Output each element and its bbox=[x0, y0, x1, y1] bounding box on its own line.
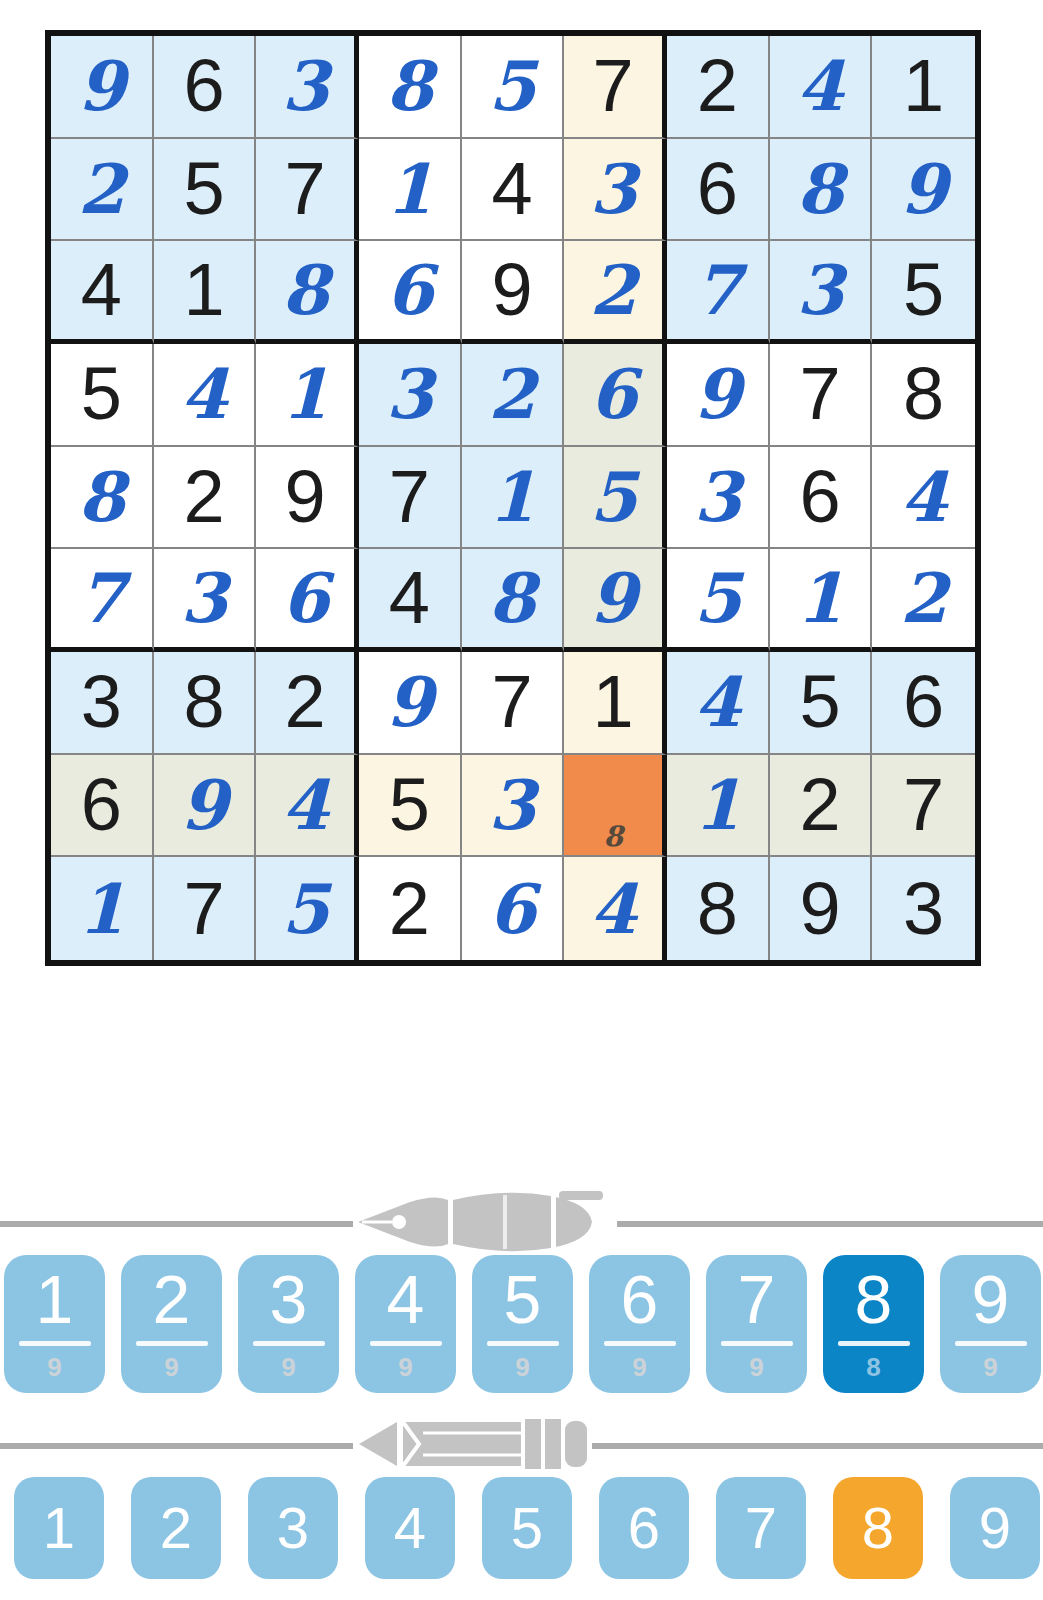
pencil-pad-button-2[interactable]: 2 bbox=[131, 1477, 221, 1579]
pencil-pad-digit: 3 bbox=[277, 1499, 309, 1557]
user-digit: 2 bbox=[78, 155, 125, 223]
user-digit: 6 bbox=[589, 360, 636, 428]
given-digit: 7 bbox=[799, 357, 840, 431]
user-digit: 6 bbox=[488, 875, 535, 943]
cell-r4c7[interactable]: 9 bbox=[667, 344, 770, 447]
cell-r4c2[interactable]: 4 bbox=[154, 344, 257, 447]
pencil-number-pad: 123456789 bbox=[14, 1477, 1040, 1579]
pen-pad-remaining-count: 8 bbox=[866, 1352, 880, 1383]
user-digit: 5 bbox=[589, 463, 636, 531]
pen-pad-divider-line bbox=[955, 1341, 1027, 1346]
user-digit: 8 bbox=[281, 256, 328, 324]
pencil-icon bbox=[355, 1417, 590, 1475]
given-digit: 9 bbox=[491, 253, 532, 327]
pen-pad-digit: 5 bbox=[504, 1265, 542, 1333]
cell-r3c4[interactable]: 6 bbox=[359, 241, 462, 344]
cell-r3c8[interactable]: 3 bbox=[770, 241, 873, 344]
given-digit: 2 bbox=[183, 460, 224, 534]
given-digit: 6 bbox=[183, 49, 224, 123]
pen-pad-digit: 9 bbox=[972, 1265, 1010, 1333]
cell-r1c5[interactable]: 5 bbox=[462, 36, 565, 139]
cell-r1c6[interactable]: 7 bbox=[564, 36, 667, 139]
pen-pad-divider-line bbox=[604, 1341, 676, 1346]
given-digit: 2 bbox=[285, 665, 326, 739]
pen-pad-remaining-count: 9 bbox=[398, 1352, 412, 1383]
cell-r8c3[interactable]: 4 bbox=[256, 755, 359, 858]
pencil-pad-digit: 9 bbox=[979, 1499, 1011, 1557]
user-digit: 3 bbox=[180, 564, 227, 632]
pen-pad-remaining-count: 9 bbox=[515, 1352, 529, 1383]
cell-r7c8[interactable]: 5 bbox=[770, 652, 873, 755]
user-digit: 9 bbox=[589, 564, 636, 632]
divider-line bbox=[0, 1443, 353, 1449]
given-digit: 8 bbox=[183, 665, 224, 739]
pen-pad-digit: 2 bbox=[153, 1265, 191, 1333]
cell-r2c6[interactable]: 3 bbox=[564, 139, 667, 242]
user-digit: 4 bbox=[900, 463, 947, 531]
pencil-pad-digit: 6 bbox=[628, 1499, 660, 1557]
cell-r8c5[interactable]: 3 bbox=[462, 755, 565, 858]
pen-pad-remaining-count: 9 bbox=[281, 1352, 295, 1383]
cell-r6c3[interactable]: 6 bbox=[256, 549, 359, 652]
user-digit: 7 bbox=[78, 564, 125, 632]
user-digit: 9 bbox=[900, 155, 947, 223]
pen-pad-button-5[interactable]: 59 bbox=[472, 1255, 573, 1393]
pencil-pad-digit: 1 bbox=[43, 1499, 75, 1557]
pencil-pad-digit: 8 bbox=[862, 1499, 894, 1557]
given-digit: 4 bbox=[389, 561, 430, 635]
user-digit: 5 bbox=[488, 52, 535, 120]
given-digit: 5 bbox=[81, 357, 122, 431]
pen-pad-digit: 4 bbox=[387, 1265, 425, 1333]
cell-r2c2[interactable]: 5 bbox=[154, 139, 257, 242]
cell-r9c6[interactable]: 4 bbox=[564, 857, 667, 960]
cell-r9c7[interactable]: 8 bbox=[667, 857, 770, 960]
given-digit: 9 bbox=[285, 460, 326, 534]
pencil-pad-button-6[interactable]: 6 bbox=[599, 1477, 689, 1579]
user-digit: 8 bbox=[488, 564, 535, 632]
given-digit: 6 bbox=[81, 768, 122, 842]
given-digit: 8 bbox=[903, 357, 944, 431]
user-digit: 6 bbox=[281, 564, 328, 632]
cell-r5c5[interactable]: 1 bbox=[462, 447, 565, 550]
cell-r7c4[interactable]: 9 bbox=[359, 652, 462, 755]
pencil-pad-button-3[interactable]: 3 bbox=[248, 1477, 338, 1579]
cell-r3c3[interactable]: 8 bbox=[256, 241, 359, 344]
cell-r5c3[interactable]: 9 bbox=[256, 447, 359, 550]
pen-pad-remaining-count: 9 bbox=[983, 1352, 997, 1383]
cell-r2c3[interactable]: 7 bbox=[256, 139, 359, 242]
user-digit: 2 bbox=[488, 360, 535, 428]
cell-r9c4[interactable]: 2 bbox=[359, 857, 462, 960]
pen-pad-digit: 7 bbox=[738, 1265, 776, 1333]
cell-r1c9[interactable]: 1 bbox=[872, 36, 975, 139]
sudoku-board: 9638572412571436894186927355413269788297… bbox=[45, 30, 981, 966]
cell-r3c1[interactable]: 4 bbox=[51, 241, 154, 344]
pen-pad-divider-line bbox=[838, 1341, 910, 1346]
cell-r2c9[interactable]: 9 bbox=[872, 139, 975, 242]
pen-pad-remaining-count: 9 bbox=[164, 1352, 178, 1383]
cell-r1c2[interactable]: 6 bbox=[154, 36, 257, 139]
pen-pad-remaining-count: 9 bbox=[47, 1352, 61, 1383]
pen-pad-digit: 3 bbox=[270, 1265, 308, 1333]
user-digit: 2 bbox=[900, 564, 947, 632]
cell-r6c1[interactable]: 7 bbox=[51, 549, 154, 652]
cell-r9c8[interactable]: 9 bbox=[770, 857, 873, 960]
user-digit: 1 bbox=[488, 463, 535, 531]
pen-pad-button-8[interactable]: 88 bbox=[823, 1255, 924, 1393]
pen-number-pad: 192939495969798899 bbox=[4, 1255, 1041, 1393]
user-digit: 7 bbox=[694, 256, 741, 324]
pencil-pad-button-7[interactable]: 7 bbox=[716, 1477, 806, 1579]
user-digit: 4 bbox=[180, 360, 227, 428]
cell-r1c8[interactable]: 4 bbox=[770, 36, 873, 139]
cell-r9c3[interactable]: 5 bbox=[256, 857, 359, 960]
given-digit: 9 bbox=[799, 872, 840, 946]
given-digit: 5 bbox=[903, 253, 944, 327]
cell-r8c6[interactable]: 8 bbox=[564, 755, 667, 858]
given-digit: 4 bbox=[491, 152, 532, 226]
pen-pad-button-9[interactable]: 99 bbox=[940, 1255, 1041, 1393]
user-digit: 9 bbox=[180, 771, 227, 839]
user-digit: 1 bbox=[78, 875, 125, 943]
user-digit: 8 bbox=[796, 155, 843, 223]
cell-r5c7[interactable]: 3 bbox=[667, 447, 770, 550]
cell-r5c6[interactable]: 5 bbox=[564, 447, 667, 550]
cell-r3c6[interactable]: 2 bbox=[564, 241, 667, 344]
cell-r8c1[interactable]: 6 bbox=[51, 755, 154, 858]
user-digit: 8 bbox=[386, 52, 433, 120]
cell-r2c7[interactable]: 6 bbox=[667, 139, 770, 242]
pencil-pad-button-9[interactable]: 9 bbox=[950, 1477, 1040, 1579]
divider-line bbox=[0, 1221, 353, 1227]
given-digit: 7 bbox=[593, 49, 634, 123]
cell-r2c1[interactable]: 2 bbox=[51, 139, 154, 242]
cell-r8c4[interactable]: 5 bbox=[359, 755, 462, 858]
given-digit: 6 bbox=[799, 460, 840, 534]
pen-pad-divider-line bbox=[136, 1341, 208, 1346]
cell-r7c1[interactable]: 3 bbox=[51, 652, 154, 755]
given-digit: 7 bbox=[389, 460, 430, 534]
fountain-pen-icon bbox=[355, 1191, 615, 1257]
pen-pad-button-3[interactable]: 39 bbox=[238, 1255, 339, 1393]
pen-pad-button-1[interactable]: 19 bbox=[4, 1255, 105, 1393]
pencil-mark-digit: 8 bbox=[564, 823, 662, 851]
pencil-pad-button-1[interactable]: 1 bbox=[14, 1477, 104, 1579]
given-digit: 1 bbox=[183, 253, 224, 327]
given-digit: 7 bbox=[285, 152, 326, 226]
cell-r1c4[interactable]: 8 bbox=[359, 36, 462, 139]
pen-pad-button-7[interactable]: 79 bbox=[706, 1255, 807, 1393]
cell-r4c6[interactable]: 6 bbox=[564, 344, 667, 447]
cell-r1c1[interactable]: 9 bbox=[51, 36, 154, 139]
pen-pad-divider-line bbox=[19, 1341, 91, 1346]
cell-r8c8[interactable]: 2 bbox=[770, 755, 873, 858]
user-digit: 3 bbox=[281, 52, 328, 120]
cell-r9c1[interactable]: 1 bbox=[51, 857, 154, 960]
given-digit: 6 bbox=[903, 665, 944, 739]
pencil-pad-button-5[interactable]: 5 bbox=[482, 1477, 572, 1579]
cell-r9c2[interactable]: 7 bbox=[154, 857, 257, 960]
pen-pad-button-2[interactable]: 29 bbox=[121, 1255, 222, 1393]
user-digit: 4 bbox=[281, 771, 328, 839]
given-digit: 5 bbox=[183, 152, 224, 226]
cell-r6c8[interactable]: 1 bbox=[770, 549, 873, 652]
cell-r7c7[interactable]: 4 bbox=[667, 652, 770, 755]
cell-r5c2[interactable]: 2 bbox=[154, 447, 257, 550]
user-digit: 4 bbox=[694, 668, 741, 736]
user-digit: 1 bbox=[796, 564, 843, 632]
given-digit: 2 bbox=[697, 49, 738, 123]
pen-pad-divider-line bbox=[253, 1341, 325, 1346]
pen-pad-remaining-count: 9 bbox=[749, 1352, 763, 1383]
divider-line bbox=[617, 1221, 1043, 1227]
pencil-pad-button-8[interactable]: 8 bbox=[833, 1477, 923, 1579]
user-digit: 8 bbox=[78, 463, 125, 531]
given-digit: 5 bbox=[389, 768, 430, 842]
user-digit: 9 bbox=[386, 668, 433, 736]
pen-pad-divider-line bbox=[721, 1341, 793, 1346]
cell-r1c3[interactable]: 3 bbox=[256, 36, 359, 139]
cell-r6c4[interactable]: 4 bbox=[359, 549, 462, 652]
cell-r7c6[interactable]: 1 bbox=[564, 652, 667, 755]
cell-r6c2[interactable]: 3 bbox=[154, 549, 257, 652]
cell-r5c1[interactable]: 8 bbox=[51, 447, 154, 550]
pen-pad-button-6[interactable]: 69 bbox=[589, 1255, 690, 1393]
cell-r4c8[interactable]: 7 bbox=[770, 344, 873, 447]
cell-r7c5[interactable]: 7 bbox=[462, 652, 565, 755]
given-digit: 1 bbox=[903, 49, 944, 123]
user-digit: 5 bbox=[694, 564, 741, 632]
pencil-pad-digit: 7 bbox=[745, 1499, 777, 1557]
cell-r8c9[interactable]: 7 bbox=[872, 755, 975, 858]
pencil-pad-digit: 5 bbox=[511, 1499, 543, 1557]
cell-r8c7[interactable]: 1 bbox=[667, 755, 770, 858]
cell-r5c9[interactable]: 4 bbox=[872, 447, 975, 550]
cell-r6c7[interactable]: 5 bbox=[667, 549, 770, 652]
cell-r4c5[interactable]: 2 bbox=[462, 344, 565, 447]
cell-r5c8[interactable]: 6 bbox=[770, 447, 873, 550]
given-digit: 7 bbox=[491, 665, 532, 739]
cell-r6c6[interactable]: 9 bbox=[564, 549, 667, 652]
pen-mode-divider bbox=[0, 1190, 1043, 1258]
cell-r9c5[interactable]: 6 bbox=[462, 857, 565, 960]
pen-pad-button-4[interactable]: 49 bbox=[355, 1255, 456, 1393]
cell-r3c2[interactable]: 1 bbox=[154, 241, 257, 344]
user-digit: 2 bbox=[589, 256, 636, 324]
cell-r8c2[interactable]: 9 bbox=[154, 755, 257, 858]
pen-pad-remaining-count: 9 bbox=[632, 1352, 646, 1383]
pencil-pad-button-4[interactable]: 4 bbox=[365, 1477, 455, 1579]
cell-r2c8[interactable]: 8 bbox=[770, 139, 873, 242]
cell-r9c9[interactable]: 3 bbox=[872, 857, 975, 960]
cell-r6c5[interactable]: 8 bbox=[462, 549, 565, 652]
cell-r4c9[interactable]: 8 bbox=[872, 344, 975, 447]
user-digit: 5 bbox=[281, 875, 328, 943]
cell-r4c3[interactable]: 1 bbox=[256, 344, 359, 447]
cell-r7c2[interactable]: 8 bbox=[154, 652, 257, 755]
user-digit: 3 bbox=[488, 771, 535, 839]
user-digit: 3 bbox=[694, 463, 741, 531]
pencil-mode-divider bbox=[0, 1418, 1043, 1474]
cell-r3c7[interactable]: 7 bbox=[667, 241, 770, 344]
user-digit: 9 bbox=[694, 360, 741, 428]
user-digit: 1 bbox=[281, 360, 328, 428]
cell-r2c5[interactable]: 4 bbox=[462, 139, 565, 242]
given-digit: 3 bbox=[81, 665, 122, 739]
user-digit: 1 bbox=[386, 155, 433, 223]
user-digit: 3 bbox=[589, 155, 636, 223]
given-digit: 5 bbox=[799, 665, 840, 739]
cell-r2c4[interactable]: 1 bbox=[359, 139, 462, 242]
given-digit: 7 bbox=[183, 872, 224, 946]
pen-pad-digit: 8 bbox=[855, 1265, 893, 1333]
given-digit: 6 bbox=[697, 152, 738, 226]
given-digit: 4 bbox=[81, 253, 122, 327]
given-digit: 1 bbox=[593, 665, 634, 739]
pencil-pad-digit: 4 bbox=[394, 1499, 426, 1557]
given-digit: 7 bbox=[903, 768, 944, 842]
given-digit: 3 bbox=[903, 872, 944, 946]
cell-r6c9[interactable]: 2 bbox=[872, 549, 975, 652]
cell-r1c7[interactable]: 2 bbox=[667, 36, 770, 139]
pen-pad-divider-line bbox=[487, 1341, 559, 1346]
pen-pad-digit: 1 bbox=[36, 1265, 74, 1333]
cell-r4c4[interactable]: 3 bbox=[359, 344, 462, 447]
divider-line bbox=[592, 1443, 1043, 1449]
user-digit: 3 bbox=[796, 256, 843, 324]
given-digit: 2 bbox=[389, 872, 430, 946]
user-digit: 9 bbox=[78, 52, 125, 120]
pencil-pad-digit: 2 bbox=[160, 1499, 192, 1557]
user-digit: 3 bbox=[386, 360, 433, 428]
cell-r4c1[interactable]: 5 bbox=[51, 344, 154, 447]
cell-r7c3[interactable]: 2 bbox=[256, 652, 359, 755]
given-digit: 2 bbox=[799, 768, 840, 842]
user-digit: 4 bbox=[589, 875, 636, 943]
user-digit: 1 bbox=[694, 771, 741, 839]
user-digit: 4 bbox=[796, 52, 843, 120]
cell-r7c9[interactable]: 6 bbox=[872, 652, 975, 755]
cell-r3c9[interactable]: 5 bbox=[872, 241, 975, 344]
cell-r3c5[interactable]: 9 bbox=[462, 241, 565, 344]
pen-pad-digit: 6 bbox=[621, 1265, 659, 1333]
pen-pad-divider-line bbox=[370, 1341, 442, 1346]
user-digit: 6 bbox=[386, 256, 433, 324]
given-digit: 8 bbox=[697, 872, 738, 946]
cell-r5c4[interactable]: 7 bbox=[359, 447, 462, 550]
